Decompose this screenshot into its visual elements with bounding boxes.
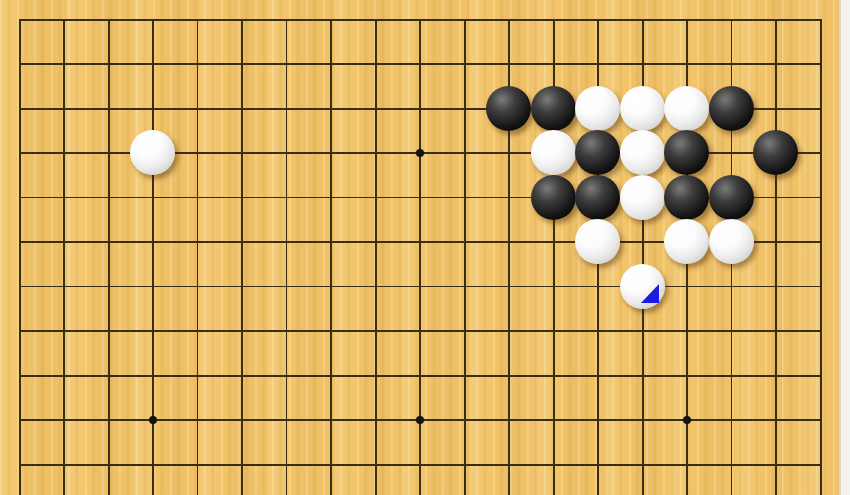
last-move-triangle-icon — [620, 264, 665, 309]
black-stone — [709, 86, 754, 131]
black-stone — [575, 175, 620, 220]
black-stone — [531, 175, 576, 220]
white-stone-last-move — [620, 264, 665, 309]
white-stone — [620, 175, 665, 220]
star-point — [416, 149, 424, 157]
white-stone — [620, 86, 665, 131]
black-stone — [575, 130, 620, 175]
star-point — [149, 416, 157, 424]
black-stone — [486, 86, 531, 131]
black-stone — [664, 130, 709, 175]
black-stone — [753, 130, 798, 175]
board-points — [0, 0, 839, 495]
white-stone — [664, 219, 709, 264]
black-stone — [531, 86, 576, 131]
white-stone — [709, 219, 754, 264]
black-stone — [709, 175, 754, 220]
white-stone — [531, 130, 576, 175]
white-stone — [664, 86, 709, 131]
white-stone — [575, 219, 620, 264]
black-stone — [664, 175, 709, 220]
white-stone — [575, 86, 620, 131]
page-background-strip — [839, 0, 850, 495]
go-board[interactable] — [0, 0, 839, 495]
white-stone — [130, 130, 175, 175]
star-point — [683, 416, 691, 424]
white-stone — [620, 130, 665, 175]
star-point — [416, 416, 424, 424]
page — [0, 0, 850, 495]
